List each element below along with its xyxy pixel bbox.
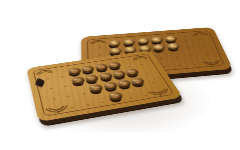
product-photo-scene	[0, 0, 240, 150]
board-cell	[199, 55, 217, 65]
